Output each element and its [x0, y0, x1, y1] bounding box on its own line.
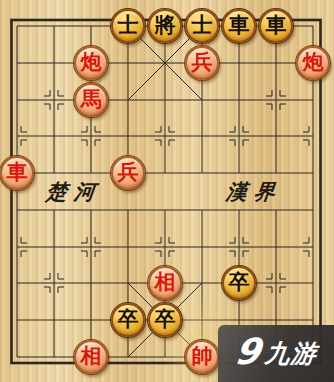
piece-character: 卒: [118, 309, 139, 330]
jiuyou-logo-icon: 9: [233, 334, 263, 370]
piece-red[interactable]: 兵: [111, 156, 145, 190]
piece-red[interactable]: 炮: [296, 46, 330, 80]
piece-character: 馬: [81, 89, 102, 110]
piece-character: 士: [192, 15, 213, 36]
piece-black[interactable]: 卒: [111, 303, 145, 337]
piece-red[interactable]: 馬: [74, 83, 108, 117]
piece-character: 車: [266, 15, 287, 36]
piece-red[interactable]: 相: [148, 266, 182, 300]
xiangqi-board-screenshot: 楚河 漢界 士將士車車炮兵炮馬車兵相卒卒卒相帥 9 九游: [0, 0, 334, 382]
piece-black[interactable]: 車: [259, 9, 293, 43]
piece-red[interactable]: 兵: [185, 46, 219, 80]
piece-black[interactable]: 卒: [148, 303, 182, 337]
piece-character: 相: [81, 346, 102, 367]
jiuyou-watermark-banner: 9 九游: [218, 325, 334, 382]
piece-character: 帥: [192, 346, 213, 367]
piece-character: 士: [118, 15, 139, 36]
piece-character: 車: [7, 162, 28, 183]
piece-red[interactable]: 帥: [185, 340, 219, 374]
piece-character: 相: [155, 272, 176, 293]
piece-character: 炮: [303, 52, 324, 73]
piece-black[interactable]: 士: [185, 9, 219, 43]
jiuyou-logo-text: 九游: [263, 341, 318, 366]
piece-black[interactable]: 卒: [222, 266, 256, 300]
piece-black[interactable]: 車: [222, 9, 256, 43]
piece-red[interactable]: 相: [74, 340, 108, 374]
piece-red[interactable]: 車: [0, 156, 34, 190]
piece-red[interactable]: 炮: [74, 46, 108, 80]
piece-black[interactable]: 士: [111, 9, 145, 43]
piece-character: 兵: [118, 162, 139, 183]
piece-character: 卒: [229, 272, 250, 293]
piece-black[interactable]: 將: [148, 9, 182, 43]
piece-character: 炮: [81, 52, 102, 73]
piece-character: 卒: [155, 309, 176, 330]
piece-character: 將: [155, 15, 176, 36]
piece-character: 車: [229, 15, 250, 36]
piece-character: 兵: [192, 52, 213, 73]
